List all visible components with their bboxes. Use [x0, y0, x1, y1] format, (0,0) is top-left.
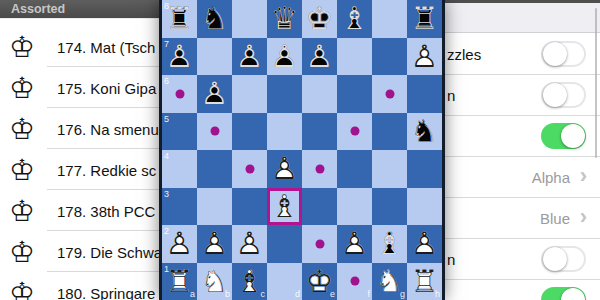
square-h5[interactable]: ♞♘: [407, 113, 442, 151]
black-pawn-icon: ♟♙: [162, 38, 197, 76]
legal-move-dot[interactable]: [385, 89, 394, 98]
black-rook-icon: ♜♖: [407, 0, 442, 38]
square-d3[interactable]: ♝♗: [267, 188, 302, 226]
settings-row-7[interactable]: [445, 280, 600, 300]
list-item-label: 176. Na smenu: [57, 120, 159, 137]
square-a7[interactable]: 7♟♙: [162, 38, 197, 76]
list-section-header: Assorted: [0, 0, 162, 19]
file-label: d: [295, 289, 300, 299]
square-h4[interactable]: [407, 150, 442, 188]
rank-label: 3: [164, 189, 169, 199]
square-b1[interactable]: b♞♘: [197, 263, 232, 300]
square-g7[interactable]: [372, 38, 407, 76]
black-rook-icon: ♜♖: [162, 0, 197, 38]
square-a5[interactable]: 5: [162, 113, 197, 151]
black-knight-icon: ♞♘: [407, 113, 442, 151]
square-a3[interactable]: 3: [162, 188, 197, 226]
square-e5[interactable]: [302, 113, 337, 151]
square-f7[interactable]: [337, 38, 372, 76]
white-pawn-icon: ♟♙: [337, 225, 372, 263]
toggle-knob: [543, 83, 567, 107]
settings-row-3[interactable]: [445, 116, 600, 157]
white-pawn-icon: ♟♙: [407, 225, 442, 263]
chess-board-overlay: 8♜♖♞♘♛♕♚♔♝♗♜♖7♟♙♟♙♟♙♟♙♟♙6♟♙5♞♘4♟♙3♝♗2♟♙♟…: [159, 0, 445, 300]
setting-value: Blue: [540, 210, 570, 227]
setting-value: Alpha: [532, 169, 570, 186]
legal-move-dot[interactable]: [245, 164, 254, 173]
white-pawn-icon: ♟♙: [407, 38, 442, 76]
square-g1[interactable]: g♞♘: [372, 263, 407, 300]
toggle-switch[interactable]: [541, 123, 586, 149]
square-g8[interactable]: [372, 0, 407, 38]
square-b6[interactable]: ♟♙: [197, 75, 232, 113]
square-h6[interactable]: [407, 75, 442, 113]
square-a2[interactable]: 2♟♙: [162, 225, 197, 263]
toggle-switch[interactable]: [541, 41, 586, 67]
list-item-178[interactable]: ♔ 178. 38th PCC: [0, 190, 162, 231]
square-b2[interactable]: ♟♙: [197, 225, 232, 263]
white-king-icon: ♔: [9, 278, 35, 300]
white-pawn-icon: ♟♙: [232, 225, 267, 263]
square-a8[interactable]: 8♜♖: [162, 0, 197, 38]
settings-panel: zzles n Alpha › Blue › n: [445, 0, 600, 300]
toggle-knob: [561, 124, 585, 148]
settings-rows: zzles n Alpha › Blue › n: [445, 34, 600, 300]
square-b4[interactable]: [197, 150, 232, 188]
square-a6[interactable]: 6: [162, 75, 197, 113]
square-e1[interactable]: e♚♔: [302, 263, 337, 300]
square-d5[interactable]: [267, 113, 302, 151]
white-king-icon: ♚♔: [302, 263, 337, 300]
toggle-knob: [561, 288, 585, 300]
settings-row-2[interactable]: n: [445, 75, 600, 116]
legal-move-dot[interactable]: [210, 127, 219, 136]
black-knight-icon: ♞♘: [197, 0, 232, 38]
white-knight-icon: ♞♘: [372, 263, 407, 300]
square-c4[interactable]: [232, 150, 267, 188]
white-king-icon: ♔: [9, 114, 35, 143]
square-e7[interactable]: ♟♙: [302, 38, 337, 76]
square-e2[interactable]: [302, 225, 337, 263]
square-c5[interactable]: [232, 113, 267, 151]
white-king-icon: ♔: [9, 32, 35, 61]
list-item-177[interactable]: ♔ 177. Redkie sc: [0, 149, 162, 190]
puzzle-list: ♔ 174. Mat (Tsch ♔ 175. Koni Gipa ♔ 176.…: [0, 26, 162, 300]
settings-row-board-style[interactable]: Blue ›: [445, 198, 600, 239]
white-bishop-icon: ♝♗: [232, 263, 267, 300]
square-h3[interactable]: [407, 188, 442, 226]
black-pawn-icon: ♟♙: [197, 75, 232, 113]
rank-label: 6: [164, 76, 169, 86]
toggle-switch[interactable]: [541, 246, 586, 272]
settings-label-fragment: n: [447, 87, 455, 104]
settings-row-6[interactable]: n: [445, 239, 600, 280]
white-pawn-icon: ♟♙: [197, 225, 232, 263]
black-pawn-icon: ♟♙: [302, 38, 337, 76]
toggle-knob: [543, 247, 567, 271]
square-g5[interactable]: [372, 113, 407, 151]
list-item-label: 175. Koni Gipa: [57, 79, 156, 96]
square-b8[interactable]: ♞♘: [197, 0, 232, 38]
list-item-label: 174. Mat (Tsch: [57, 38, 155, 55]
legal-move-dot[interactable]: [315, 164, 324, 173]
square-c2[interactable]: ♟♙: [232, 225, 267, 263]
toggle-switch[interactable]: [541, 287, 586, 300]
black-bishop-icon: ♝♗: [337, 0, 372, 38]
legal-move-dot[interactable]: [350, 127, 359, 136]
list-item-label: 180. Springare: [57, 284, 155, 300]
legal-move-dot[interactable]: [315, 239, 324, 248]
list-item-174[interactable]: ♔ 174. Mat (Tsch: [0, 26, 162, 67]
square-d8[interactable]: ♛♕: [267, 0, 302, 38]
list-item-label: 178. 38th PCC: [57, 202, 155, 219]
square-f5[interactable]: [337, 113, 372, 151]
square-c6[interactable]: [232, 75, 267, 113]
list-item-180[interactable]: ♔ 180. Springare: [0, 272, 162, 300]
square-b7[interactable]: [197, 38, 232, 76]
square-e6[interactable]: [302, 75, 337, 113]
square-f4[interactable]: [337, 150, 372, 188]
square-f1[interactable]: f: [337, 263, 372, 300]
square-f3[interactable]: [337, 188, 372, 226]
square-d1[interactable]: d: [267, 263, 302, 300]
white-king-icon: ♔: [9, 196, 35, 225]
square-g6[interactable]: [372, 75, 407, 113]
puzzle-list-panel: Assorted ♔ 174. Mat (Tsch ♔ 175. Koni Gi…: [0, 0, 162, 300]
white-bishop-icon: ♝♗: [267, 188, 302, 226]
toggle-switch[interactable]: [541, 82, 586, 108]
chess-board: 8♜♖♞♘♛♕♚♔♝♗♜♖7♟♙♟♙♟♙♟♙♟♙6♟♙5♞♘4♟♙3♝♗2♟♙♟…: [162, 0, 442, 300]
white-king-icon: ♔: [9, 155, 35, 184]
square-h2[interactable]: ♟♙: [407, 225, 442, 263]
rank-label: 4: [164, 151, 169, 161]
settings-row-pieces-style[interactable]: Alpha ›: [445, 157, 600, 198]
square-f2[interactable]: ♟♙: [337, 225, 372, 263]
black-pawn-icon: ♟♙: [267, 38, 302, 76]
toggle-knob: [543, 42, 567, 66]
square-d7[interactable]: ♟♙: [267, 38, 302, 76]
list-item-179[interactable]: ♔ 179. Die Schwa: [0, 231, 162, 272]
file-label: f: [367, 289, 370, 299]
square-c8[interactable]: [232, 0, 267, 38]
square-b3[interactable]: [197, 188, 232, 226]
square-h1[interactable]: h♜♖: [407, 263, 442, 300]
black-king-icon: ♚♔: [302, 0, 337, 38]
settings-label-fragment: zzles: [447, 46, 481, 63]
list-item-176[interactable]: ♔ 176. Na smenu: [0, 108, 162, 149]
white-king-icon: ♔: [9, 73, 35, 102]
square-d4[interactable]: ♟♙: [267, 150, 302, 188]
square-c3[interactable]: [232, 188, 267, 226]
chevron-right-icon: ›: [580, 165, 587, 187]
list-item-175[interactable]: ♔ 175. Koni Gipa: [0, 67, 162, 108]
square-d6[interactable]: [267, 75, 302, 113]
white-king-icon: ♔: [9, 237, 35, 266]
square-g3[interactable]: [372, 188, 407, 226]
square-e8[interactable]: ♚♔: [302, 0, 337, 38]
square-d2[interactable]: [267, 225, 302, 263]
white-knight-icon: ♞♘: [197, 263, 232, 300]
square-f6[interactable]: [337, 75, 372, 113]
black-bishop-icon: ♝♗: [372, 225, 407, 263]
square-a4[interactable]: 4: [162, 150, 197, 188]
list-item-label: 179. Die Schwa: [57, 243, 162, 260]
settings-section-gap: [445, 3, 600, 33]
square-h7[interactable]: ♟♙: [407, 38, 442, 76]
legal-move-dot[interactable]: [350, 277, 359, 286]
rank-label: 5: [164, 114, 169, 124]
square-e3[interactable]: [302, 188, 337, 226]
square-e4[interactable]: [302, 150, 337, 188]
square-c7[interactable]: ♟♙: [232, 38, 267, 76]
square-c1[interactable]: c♝♗: [232, 263, 267, 300]
black-queen-icon: ♛♕: [267, 0, 302, 38]
square-h8[interactable]: ♜♖: [407, 0, 442, 38]
square-g2[interactable]: ♝♗: [372, 225, 407, 263]
square-b5[interactable]: [197, 113, 232, 151]
list-item-label: 177. Redkie sc: [57, 161, 156, 178]
black-pawn-icon: ♟♙: [232, 38, 267, 76]
white-pawn-icon: ♟♙: [267, 150, 302, 188]
white-pawn-icon: ♟♙: [162, 225, 197, 263]
settings-label-fragment: n: [447, 251, 455, 268]
square-g4[interactable]: [372, 150, 407, 188]
white-rook-icon: ♜♖: [407, 263, 442, 300]
square-f8[interactable]: ♝♗: [337, 0, 372, 38]
white-rook-icon: ♜♖: [162, 263, 197, 300]
square-a1[interactable]: 1a♜♖: [162, 263, 197, 300]
settings-row-puzzles[interactable]: zzles: [445, 34, 600, 75]
legal-move-dot[interactable]: [175, 89, 184, 98]
scroll-indicator[interactable]: [595, 8, 597, 158]
chevron-right-icon: ›: [580, 206, 587, 228]
